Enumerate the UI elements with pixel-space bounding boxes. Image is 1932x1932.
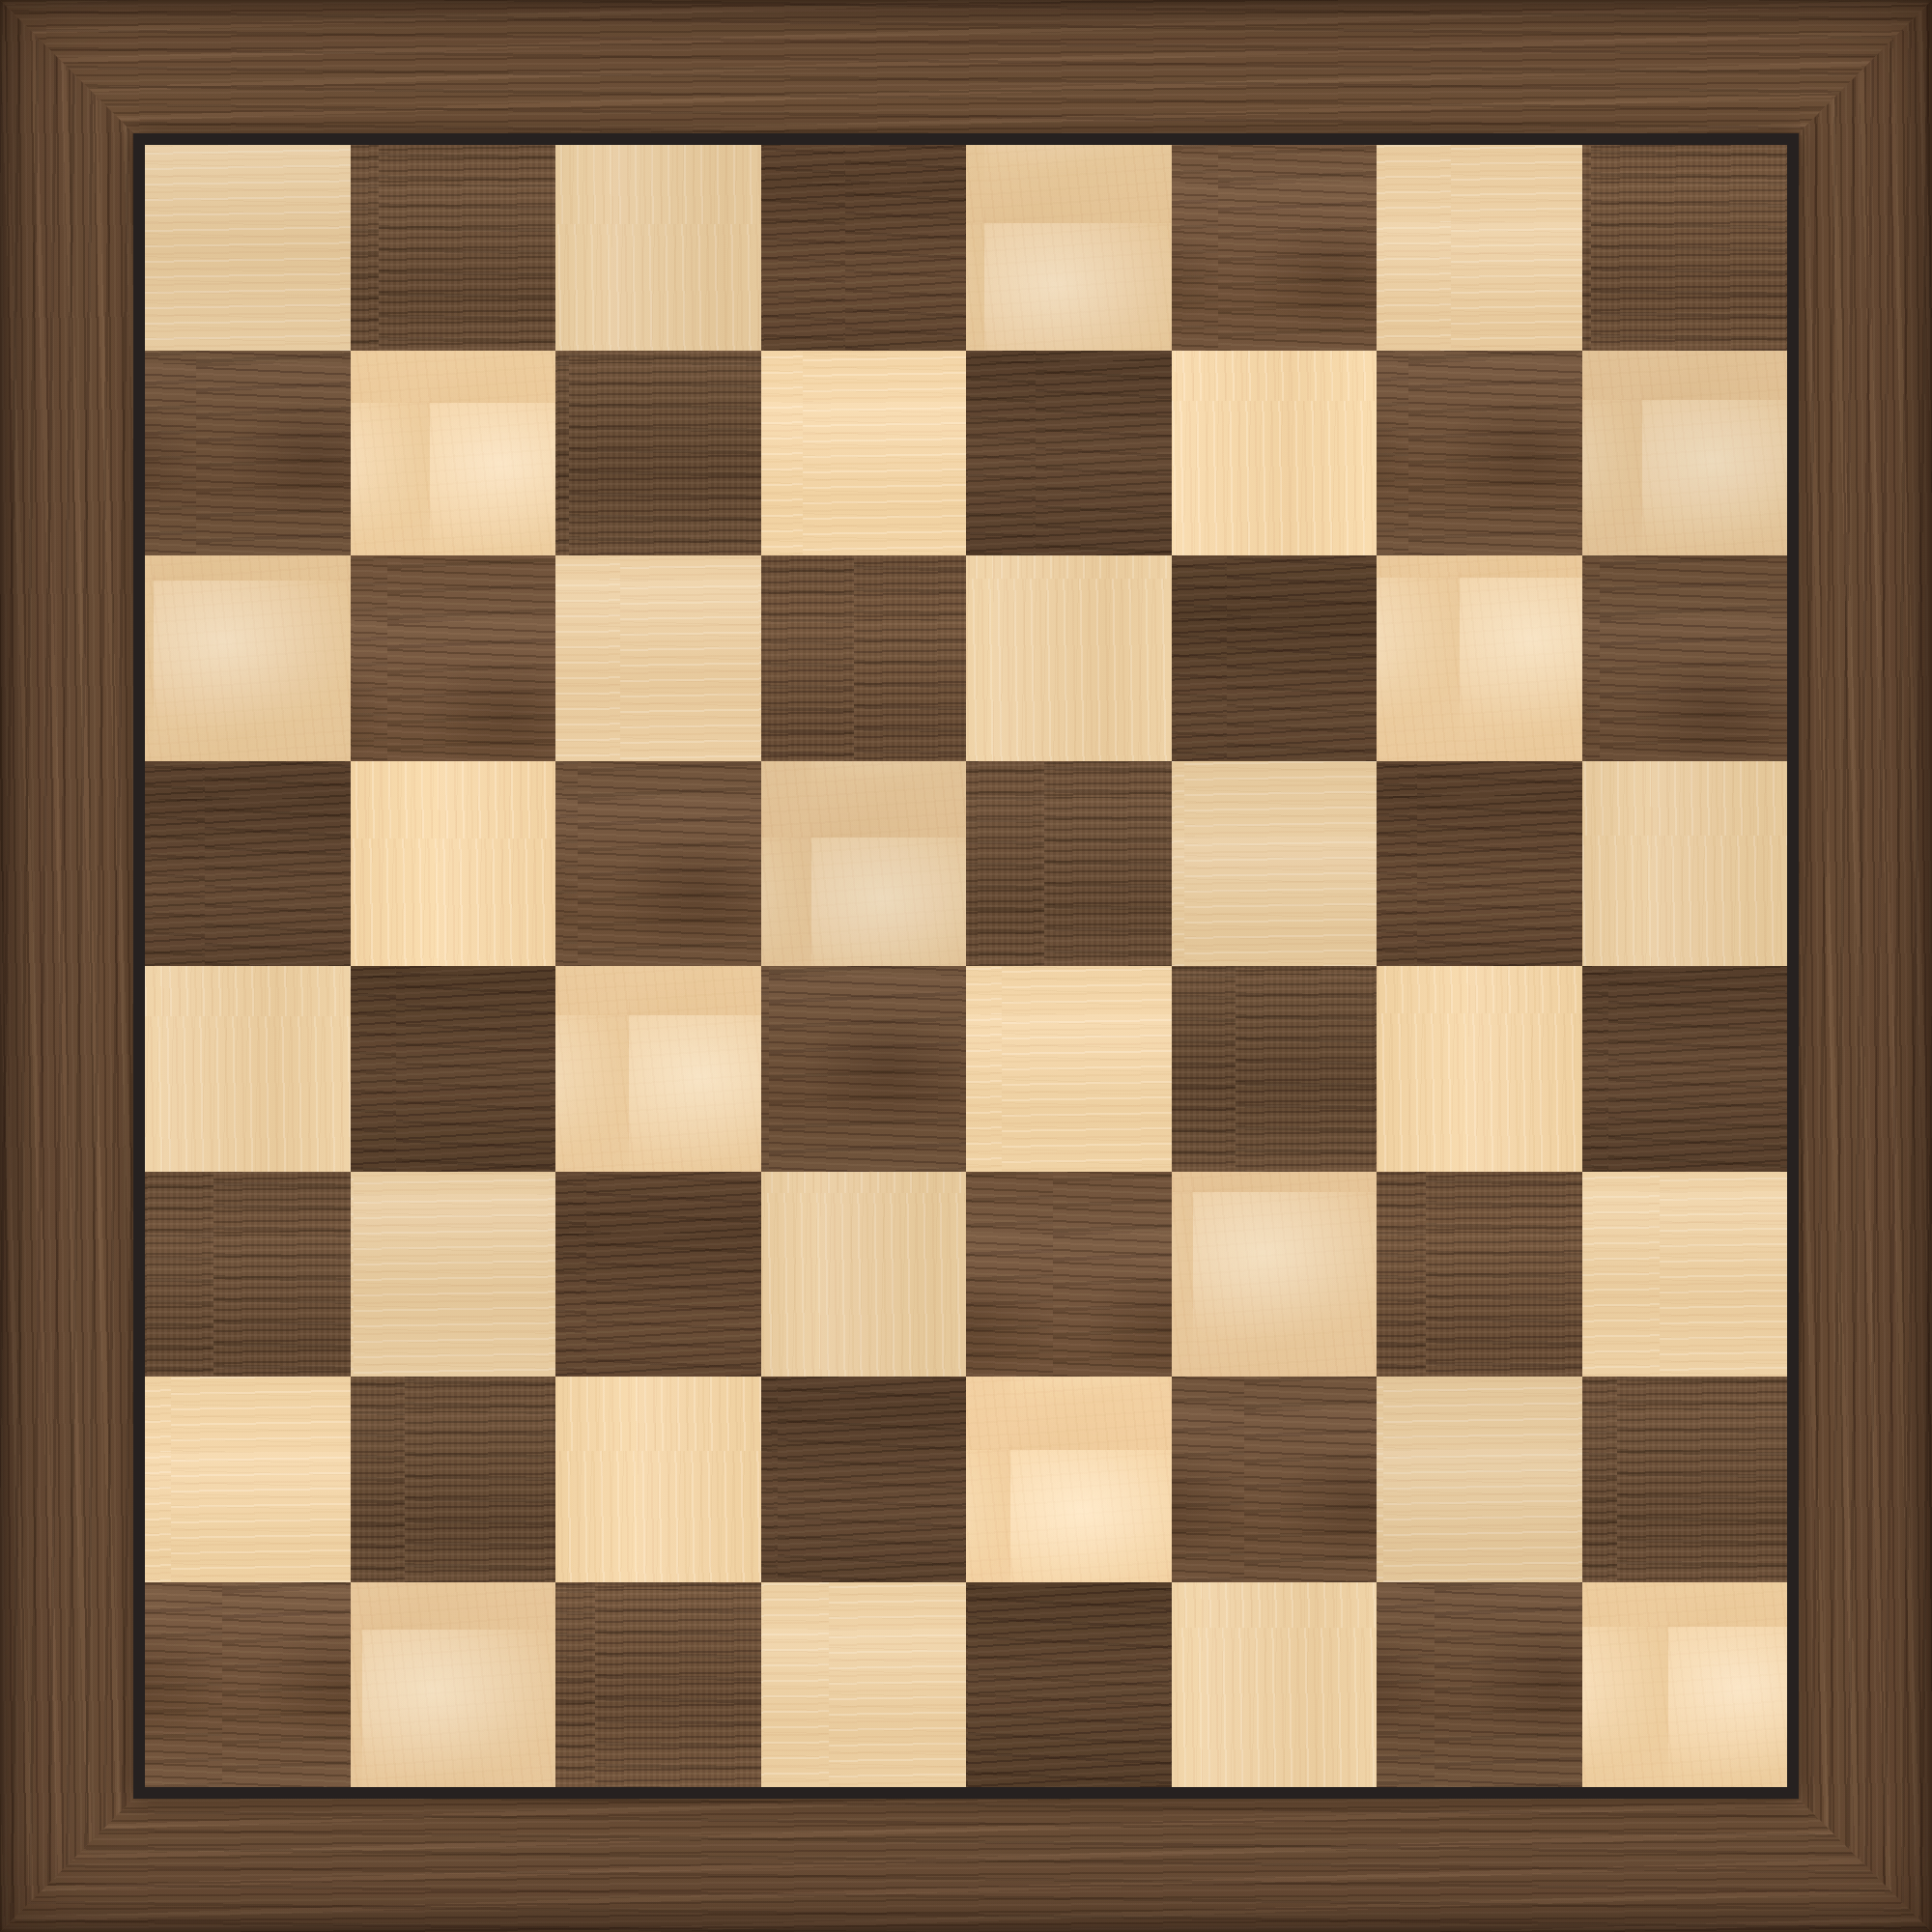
square-a6[interactable] xyxy=(145,555,351,761)
square-f7[interactable] xyxy=(1172,351,1378,556)
square-e2[interactable] xyxy=(966,1377,1172,1582)
square-c3[interactable] xyxy=(555,1172,761,1378)
square-b2[interactable] xyxy=(351,1377,556,1582)
square-b7[interactable] xyxy=(351,351,556,556)
square-e1[interactable] xyxy=(966,1582,1172,1788)
square-b4[interactable] xyxy=(351,966,556,1172)
square-c8[interactable] xyxy=(555,145,761,351)
board-squares xyxy=(145,145,1787,1787)
square-e5[interactable] xyxy=(966,761,1172,967)
square-f4[interactable] xyxy=(1172,966,1378,1172)
square-c2[interactable] xyxy=(555,1377,761,1582)
square-c4[interactable] xyxy=(555,966,761,1172)
square-a2[interactable] xyxy=(145,1377,351,1582)
square-g4[interactable] xyxy=(1377,966,1582,1172)
square-h5[interactable] xyxy=(1582,761,1788,967)
square-c5[interactable] xyxy=(555,761,761,967)
square-b3[interactable] xyxy=(351,1172,556,1378)
square-f1[interactable] xyxy=(1172,1582,1378,1788)
square-d1[interactable] xyxy=(761,1582,967,1788)
square-f2[interactable] xyxy=(1172,1377,1378,1582)
square-f6[interactable] xyxy=(1172,555,1378,761)
square-g5[interactable] xyxy=(1377,761,1582,967)
square-b8[interactable] xyxy=(351,145,556,351)
square-c6[interactable] xyxy=(555,555,761,761)
square-d7[interactable] xyxy=(761,351,967,556)
square-a3[interactable] xyxy=(145,1172,351,1378)
square-a4[interactable] xyxy=(145,966,351,1172)
square-g2[interactable] xyxy=(1377,1377,1582,1582)
square-g3[interactable] xyxy=(1377,1172,1582,1378)
square-f5[interactable] xyxy=(1172,761,1378,967)
square-f3[interactable] xyxy=(1172,1172,1378,1378)
square-e6[interactable] xyxy=(966,555,1172,761)
square-d3[interactable] xyxy=(761,1172,967,1378)
square-d2[interactable] xyxy=(761,1377,967,1582)
square-e3[interactable] xyxy=(966,1172,1172,1378)
square-h7[interactable] xyxy=(1582,351,1788,556)
square-g8[interactable] xyxy=(1377,145,1582,351)
square-c1[interactable] xyxy=(555,1582,761,1788)
square-g1[interactable] xyxy=(1377,1582,1582,1788)
square-d6[interactable] xyxy=(761,555,967,761)
square-b1[interactable] xyxy=(351,1582,556,1788)
square-e4[interactable] xyxy=(966,966,1172,1172)
square-d4[interactable] xyxy=(761,966,967,1172)
square-a7[interactable] xyxy=(145,351,351,556)
square-a8[interactable] xyxy=(145,145,351,351)
square-h8[interactable] xyxy=(1582,145,1788,351)
square-b5[interactable] xyxy=(351,761,556,967)
square-c7[interactable] xyxy=(555,351,761,556)
square-h2[interactable] xyxy=(1582,1377,1788,1582)
square-h4[interactable] xyxy=(1582,966,1788,1172)
square-d8[interactable] xyxy=(761,145,967,351)
wooden-chess-board xyxy=(0,0,1932,1932)
square-h3[interactable] xyxy=(1582,1172,1788,1378)
square-g6[interactable] xyxy=(1377,555,1582,761)
square-e7[interactable] xyxy=(966,351,1172,556)
square-a5[interactable] xyxy=(145,761,351,967)
square-e8[interactable] xyxy=(966,145,1172,351)
square-b6[interactable] xyxy=(351,555,556,761)
square-d5[interactable] xyxy=(761,761,967,967)
square-f8[interactable] xyxy=(1172,145,1378,351)
square-h1[interactable] xyxy=(1582,1582,1788,1788)
square-h6[interactable] xyxy=(1582,555,1788,761)
square-a1[interactable] xyxy=(145,1582,351,1788)
square-g7[interactable] xyxy=(1377,351,1582,556)
